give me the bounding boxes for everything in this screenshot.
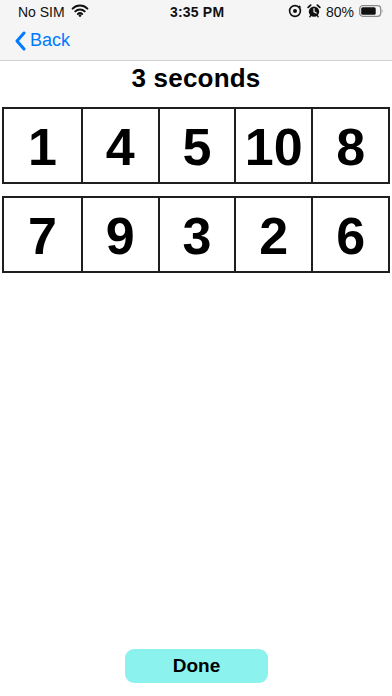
number-cell[interactable]: 2	[234, 198, 311, 271]
number-cell[interactable]: 7	[4, 198, 81, 271]
alarm-icon	[307, 4, 321, 21]
number-cell[interactable]: 8	[311, 109, 388, 182]
back-button[interactable]: Back	[10, 28, 74, 53]
header: No SIM 3:35 PM	[0, 0, 392, 61]
number-row-2: 7 9 3 2 6	[2, 196, 390, 273]
carrier-label: No SIM	[18, 4, 65, 20]
page-title: 3 seconds	[0, 63, 392, 94]
clock: 3:35 PM	[170, 4, 224, 20]
battery-percent-label: 80%	[326, 4, 354, 20]
status-bar: No SIM 3:35 PM	[0, 0, 392, 24]
app-screen: No SIM 3:35 PM	[0, 0, 392, 696]
back-label: Back	[30, 30, 70, 51]
number-cell[interactable]: 9	[81, 198, 158, 271]
number-cell[interactable]: 5	[158, 109, 235, 182]
back-chevron-icon	[14, 31, 26, 51]
wifi-icon	[71, 4, 89, 20]
number-cell[interactable]: 10	[234, 109, 311, 182]
rotation-lock-icon	[288, 4, 302, 21]
done-button[interactable]: Done	[125, 649, 268, 683]
number-cell[interactable]: 3	[158, 198, 235, 271]
status-left: No SIM	[18, 4, 89, 20]
nav-bar: Back	[0, 24, 392, 60]
battery-icon	[359, 4, 384, 20]
number-cell[interactable]: 4	[81, 109, 158, 182]
number-row-1: 1 4 5 10 8	[2, 107, 390, 184]
number-cell[interactable]: 1	[4, 109, 81, 182]
number-cell[interactable]: 6	[311, 198, 388, 271]
status-right: 80%	[288, 4, 384, 21]
